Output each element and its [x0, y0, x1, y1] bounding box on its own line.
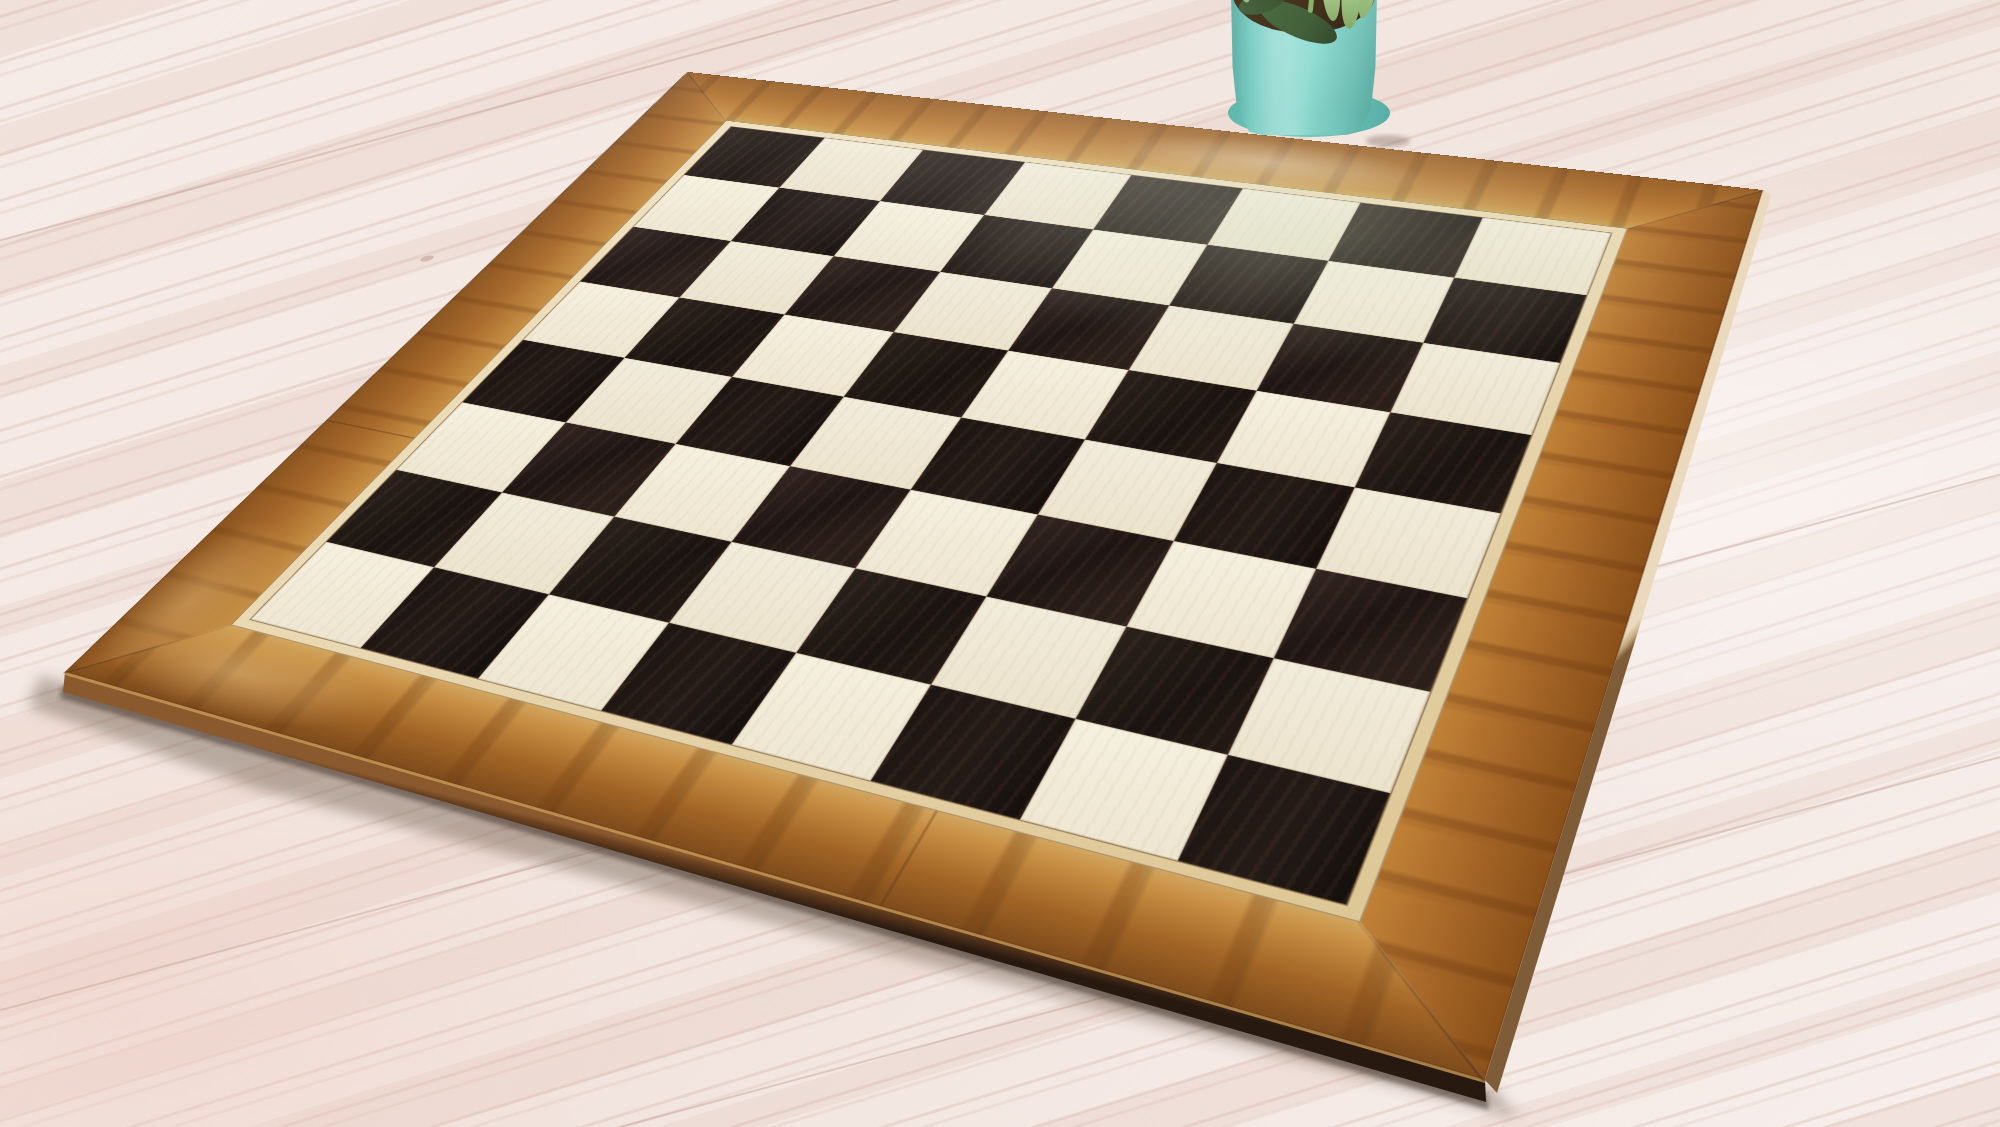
pot-shadow: [1366, 135, 1410, 147]
scene: [0, 0, 2000, 1127]
